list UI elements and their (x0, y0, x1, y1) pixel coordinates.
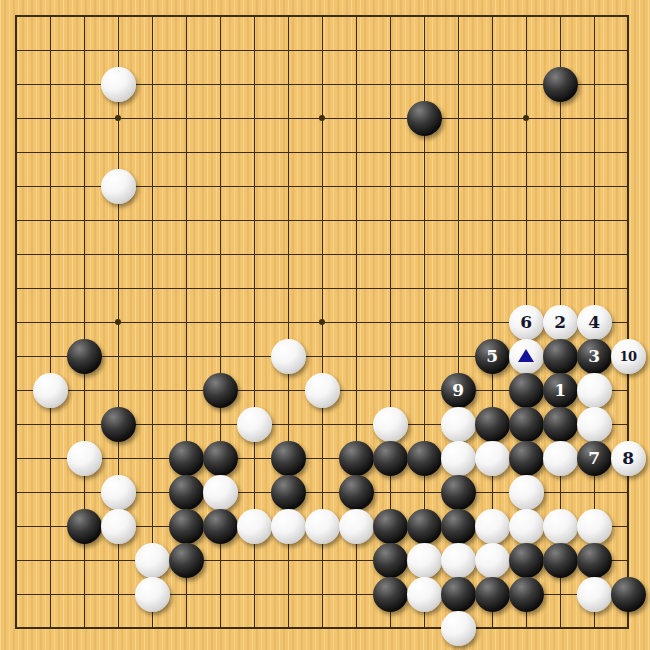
white-stone (407, 577, 442, 612)
white-stone (33, 373, 68, 408)
move-number-label: 8 (622, 450, 633, 467)
triangle-marker (518, 349, 534, 362)
black-stone (373, 441, 408, 476)
white-stone (509, 509, 544, 544)
black-stone (509, 577, 544, 612)
white-stone (203, 475, 238, 510)
move-number-label: 1 (554, 382, 565, 399)
white-stone (441, 441, 476, 476)
black-stone (339, 475, 374, 510)
black-stone (373, 509, 408, 544)
white-stone (543, 509, 578, 544)
black-stone (543, 543, 578, 578)
white-stone: 2 (543, 305, 578, 340)
black-stone (441, 509, 476, 544)
black-stone (407, 101, 442, 136)
black-stone (373, 543, 408, 578)
grid-line-horizontal (15, 627, 629, 629)
white-stone (101, 475, 136, 510)
star-point (115, 319, 121, 325)
white-stone (475, 543, 510, 578)
white-stone: 6 (509, 305, 544, 340)
move-number-label: 2 (554, 314, 565, 331)
grid-line-vertical (627, 15, 629, 629)
black-stone (271, 441, 306, 476)
black-stone: 3 (577, 339, 612, 374)
white-stone (67, 441, 102, 476)
white-stone (577, 373, 612, 408)
star-point (319, 115, 325, 121)
white-stone (135, 543, 170, 578)
white-stone (101, 509, 136, 544)
move-number-label: 6 (520, 314, 531, 331)
black-stone (577, 543, 612, 578)
white-stone: 8 (611, 441, 646, 476)
black-stone (441, 577, 476, 612)
move-number-label: 5 (486, 348, 497, 365)
star-point (319, 319, 325, 325)
white-stone (305, 509, 340, 544)
black-stone (509, 407, 544, 442)
black-stone: 5 (475, 339, 510, 374)
move-number-label: 4 (588, 314, 599, 331)
white-stone (407, 543, 442, 578)
black-stone (611, 577, 646, 612)
white-stone (509, 475, 544, 510)
black-stone (373, 577, 408, 612)
white-stone (543, 441, 578, 476)
black-stone (203, 509, 238, 544)
move-number-label: 10 (619, 350, 636, 363)
white-stone (271, 339, 306, 374)
black-stone (169, 475, 204, 510)
white-stone (339, 509, 374, 544)
black-stone (475, 407, 510, 442)
white-stone (441, 407, 476, 442)
white-stone (509, 339, 544, 374)
white-stone: 10 (611, 339, 646, 374)
move-number-label: 3 (588, 348, 599, 365)
white-stone (577, 509, 612, 544)
white-stone (475, 509, 510, 544)
black-stone (169, 543, 204, 578)
white-stone (373, 407, 408, 442)
black-stone (509, 441, 544, 476)
white-stone (101, 169, 136, 204)
black-stone (67, 509, 102, 544)
black-stone (67, 339, 102, 374)
white-stone (101, 67, 136, 102)
black-stone: 7 (577, 441, 612, 476)
black-stone: 9 (441, 373, 476, 408)
black-stone (543, 407, 578, 442)
star-point (523, 115, 529, 121)
black-stone (407, 509, 442, 544)
black-stone (203, 373, 238, 408)
black-stone (271, 475, 306, 510)
black-stone (169, 441, 204, 476)
white-stone (237, 407, 272, 442)
white-stone (135, 577, 170, 612)
black-stone (475, 577, 510, 612)
black-stone (169, 509, 204, 544)
white-stone (305, 373, 340, 408)
black-stone (407, 441, 442, 476)
black-stone (509, 543, 544, 578)
black-stone: 1 (543, 373, 578, 408)
star-point (115, 115, 121, 121)
white-stone (441, 543, 476, 578)
black-stone (441, 475, 476, 510)
black-stone (509, 373, 544, 408)
black-stone (101, 407, 136, 442)
white-stone (577, 407, 612, 442)
white-stone (475, 441, 510, 476)
black-stone (203, 441, 238, 476)
black-stone (543, 339, 578, 374)
black-stone (339, 441, 374, 476)
black-stone (543, 67, 578, 102)
white-stone (271, 509, 306, 544)
move-number-label: 9 (452, 382, 463, 399)
move-number-label: 7 (588, 450, 599, 467)
white-stone (577, 577, 612, 612)
go-board[interactable]: 62453109178 (0, 0, 650, 650)
white-stone: 4 (577, 305, 612, 340)
white-stone (237, 509, 272, 544)
white-stone (441, 611, 476, 646)
